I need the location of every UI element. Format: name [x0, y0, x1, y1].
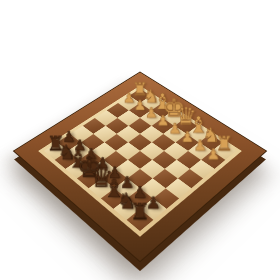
chess-piece-glyph: ♟	[157, 114, 170, 128]
chess-piece-glyph: ♟	[181, 130, 194, 145]
chess-piece-glyph: ♟	[193, 138, 206, 153]
chess-board: ♜♞♝♚♛♝♞♜♟♟♟♟♟♟♟♟♟♟♟♟♟♟♟♟♜♞♝♚♛♝♞♜	[13, 72, 268, 263]
chess-piece-glyph: ♟	[206, 147, 220, 162]
chess-piece-glyph: ♟	[168, 122, 181, 137]
chess-set-photo: ♜♞♝♚♛♝♞♜♟♟♟♟♟♟♟♟♟♟♟♟♟♟♟♟♜♞♝♚♛♝♞♜	[0, 0, 280, 280]
chess-piece-glyph: ♜	[130, 200, 150, 223]
